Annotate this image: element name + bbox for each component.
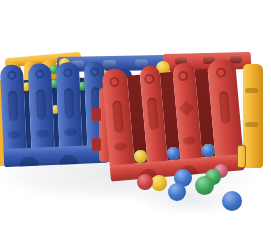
front-right-red-panel bbox=[101, 58, 244, 181]
ball-green bbox=[195, 176, 214, 195]
right-yellow-corner-post bbox=[243, 64, 263, 168]
picket-ring-indent bbox=[63, 68, 72, 77]
post-notch bbox=[245, 122, 258, 127]
picket-ring-indent bbox=[216, 67, 227, 78]
picket-ring-indent bbox=[90, 67, 99, 76]
ball-blue bbox=[168, 183, 186, 201]
picket-slot-indent bbox=[8, 91, 18, 121]
ball-pit-scene bbox=[0, 0, 271, 250]
blue-picket bbox=[28, 63, 55, 152]
picket-slot-indent bbox=[112, 100, 124, 133]
picket-ring-indent bbox=[109, 77, 120, 88]
picket-slot-indent bbox=[219, 91, 231, 124]
ball-blue bbox=[201, 143, 215, 157]
picket-diamond-indent bbox=[179, 101, 194, 116]
picket-oval-indent bbox=[64, 128, 77, 137]
yellow-latch bbox=[237, 145, 246, 168]
picket-oval-indent bbox=[36, 129, 49, 138]
picket-slot-indent bbox=[147, 97, 159, 130]
hinge-tab bbox=[92, 138, 101, 151]
ball-blue bbox=[222, 191, 242, 211]
picket-oval-indent bbox=[183, 136, 197, 145]
ball-yellow bbox=[151, 175, 167, 191]
picket-slot-indent bbox=[36, 89, 46, 119]
picket-slot-indent bbox=[64, 88, 74, 118]
post-notch bbox=[245, 88, 258, 93]
picket-ring-indent bbox=[7, 71, 16, 80]
picket-ring-indent bbox=[35, 69, 44, 78]
picket-ring-indent bbox=[144, 73, 155, 84]
ball-yellow bbox=[134, 149, 148, 163]
rail-hole bbox=[103, 60, 116, 67]
hinge-tab bbox=[92, 108, 101, 121]
picket-oval-indent bbox=[113, 142, 127, 151]
ball-red bbox=[137, 174, 153, 190]
blue-picket bbox=[56, 62, 83, 151]
ball-blue bbox=[166, 147, 180, 161]
blue-picket bbox=[0, 64, 27, 153]
picket-oval-indent bbox=[8, 130, 21, 139]
picket-ring-indent bbox=[178, 71, 189, 82]
